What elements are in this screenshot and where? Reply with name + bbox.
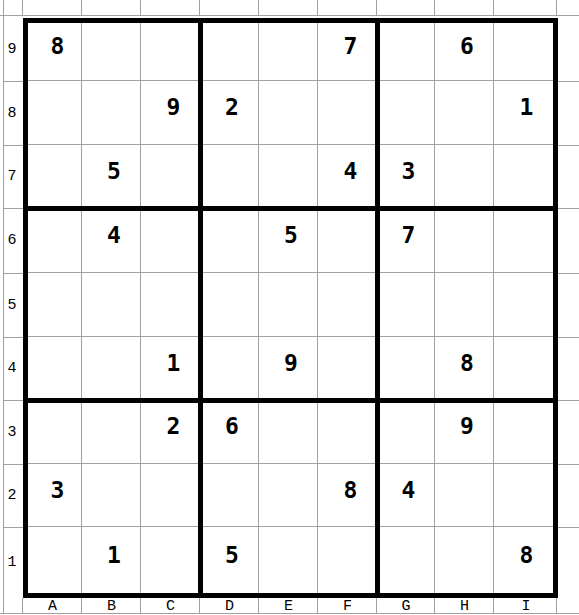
sheet-gridline-v — [434, 0, 435, 15]
sheet-gridline-h — [558, 400, 579, 401]
cell-A9[interactable]: 8 — [28, 23, 82, 81]
cell-B4[interactable] — [82, 337, 141, 400]
cell-I2[interactable] — [494, 464, 553, 527]
sheet-gridline-v — [317, 0, 318, 15]
cell-I9[interactable] — [494, 23, 553, 81]
sheet-gridline-v — [81, 0, 82, 15]
cell-B6[interactable]: 4 — [82, 208, 141, 273]
col-label-G: G — [377, 598, 435, 614]
cell-D8[interactable]: 2 — [200, 81, 259, 145]
row-label-2: 2 — [2, 464, 22, 527]
sheet-gridline-v — [258, 0, 259, 15]
cell-E3[interactable] — [259, 400, 318, 464]
cell-E6[interactable]: 5 — [259, 208, 318, 273]
row-label-1: 1 — [2, 527, 22, 598]
cell-B1[interactable]: 1 — [82, 527, 141, 593]
cell-G3[interactable] — [377, 400, 435, 464]
given-digit: 9 — [167, 96, 181, 119]
given-digit: 8 — [51, 35, 65, 58]
given-digit: 4 — [107, 224, 121, 247]
cell-H7[interactable] — [435, 145, 494, 208]
cell-D7[interactable] — [200, 145, 259, 208]
given-digit: 2 — [167, 415, 181, 438]
sheet-gridline-h — [558, 337, 579, 338]
cell-D1[interactable]: 5 — [200, 527, 259, 593]
cell-I4[interactable] — [494, 337, 553, 400]
cell-C1[interactable] — [141, 527, 200, 593]
col-label-H: H — [435, 598, 494, 614]
cell-I6[interactable] — [494, 208, 553, 273]
given-digit: 3 — [51, 479, 65, 502]
col-label-F: F — [318, 598, 377, 614]
cell-C4[interactable]: 1 — [141, 337, 200, 400]
given-digit: 3 — [402, 160, 416, 183]
cell-H4[interactable]: 8 — [435, 337, 494, 400]
cell-D6[interactable] — [200, 208, 259, 273]
cell-H6[interactable] — [435, 208, 494, 273]
sudoku-board: 876921543457198269384158 — [23, 18, 558, 598]
cell-G1[interactable] — [377, 527, 435, 593]
cell-C5[interactable] — [141, 273, 200, 337]
cell-D3[interactable]: 6 — [200, 400, 259, 464]
cell-F6[interactable] — [318, 208, 377, 273]
cell-E2[interactable] — [259, 464, 318, 527]
row-label-4: 4 — [2, 337, 22, 400]
cell-A5[interactable] — [28, 273, 82, 337]
cell-C2[interactable] — [141, 464, 200, 527]
cell-B8[interactable] — [82, 81, 141, 145]
cell-I5[interactable] — [494, 273, 553, 337]
cell-A6[interactable] — [28, 208, 82, 273]
cell-G6[interactable]: 7 — [377, 208, 435, 273]
given-digit: 7 — [344, 35, 358, 58]
cell-A8[interactable] — [28, 81, 82, 145]
cell-E9[interactable] — [259, 23, 318, 81]
cell-E5[interactable] — [259, 273, 318, 337]
cell-B5[interactable] — [82, 273, 141, 337]
sheet-gridline-h — [558, 527, 579, 528]
cell-C8[interactable]: 9 — [141, 81, 200, 145]
given-digit: 8 — [344, 479, 358, 502]
cell-D4[interactable] — [200, 337, 259, 400]
spreadsheet-canvas: 876921543457198269384158 987654321 ABCDE… — [0, 0, 579, 615]
cell-E7[interactable] — [259, 145, 318, 208]
cell-I3[interactable] — [494, 400, 553, 464]
cell-E1[interactable] — [259, 527, 318, 593]
sheet-gridline-v — [493, 0, 494, 15]
cell-G2[interactable]: 4 — [377, 464, 435, 527]
given-digit: 1 — [107, 544, 121, 567]
col-label-I: I — [494, 598, 558, 614]
cell-I7[interactable] — [494, 145, 553, 208]
given-digit: 9 — [284, 352, 298, 375]
cell-F4[interactable] — [318, 337, 377, 400]
cell-D9[interactable] — [200, 23, 259, 81]
cell-E4[interactable]: 9 — [259, 337, 318, 400]
box-separator-vertical-1 — [198, 18, 203, 598]
given-digit: 5 — [284, 224, 298, 247]
sheet-gridline-h — [558, 273, 579, 274]
cell-G4[interactable] — [377, 337, 435, 400]
row-label-5: 5 — [2, 273, 22, 337]
cell-H8[interactable] — [435, 81, 494, 145]
cell-H9[interactable]: 6 — [435, 23, 494, 81]
cell-H2[interactable] — [435, 464, 494, 527]
cell-A7[interactable] — [28, 145, 82, 208]
col-label-A: A — [23, 598, 82, 614]
row-label-9: 9 — [2, 18, 22, 81]
cell-C9[interactable] — [141, 23, 200, 81]
sheet-gridline-h — [0, 15, 579, 16]
col-label-E: E — [259, 598, 318, 614]
row-label-7: 7 — [2, 145, 22, 208]
row-label-3: 3 — [2, 400, 22, 464]
given-digit: 1 — [167, 352, 181, 375]
cell-D5[interactable] — [200, 273, 259, 337]
sheet-gridline-h — [558, 464, 579, 465]
given-digit: 9 — [460, 415, 474, 438]
cell-C7[interactable] — [141, 145, 200, 208]
sheet-gridline-v — [556, 0, 557, 15]
cell-A2[interactable]: 3 — [28, 464, 82, 527]
cell-I8[interactable]: 1 — [494, 81, 553, 145]
cell-A3[interactable] — [28, 400, 82, 464]
cell-F1[interactable] — [318, 527, 377, 593]
cell-A4[interactable] — [28, 337, 82, 400]
row-label-8: 8 — [2, 81, 22, 145]
cell-F7[interactable]: 4 — [318, 145, 377, 208]
row-label-6: 6 — [2, 208, 22, 273]
given-digit: 5 — [225, 544, 239, 567]
sheet-gridline-h — [558, 145, 579, 146]
cell-B7[interactable]: 5 — [82, 145, 141, 208]
cell-F5[interactable] — [318, 273, 377, 337]
given-digit: 1 — [520, 96, 534, 119]
cell-H5[interactable] — [435, 273, 494, 337]
sheet-gridline-v — [22, 0, 23, 15]
box-separator-horizontal-2 — [23, 398, 558, 403]
sheet-gridline-v — [199, 0, 200, 15]
cell-F2[interactable]: 8 — [318, 464, 377, 527]
cell-E8[interactable] — [259, 81, 318, 145]
given-digit: 4 — [344, 160, 358, 183]
given-digit: 8 — [520, 544, 534, 567]
given-digit: 4 — [402, 479, 416, 502]
sheet-gridline-h — [558, 208, 579, 209]
cell-H1[interactable] — [435, 527, 494, 593]
cell-B9[interactable] — [82, 23, 141, 81]
cell-I1[interactable]: 8 — [494, 527, 553, 593]
col-label-D: D — [200, 598, 259, 614]
cell-F3[interactable] — [318, 400, 377, 464]
cell-A1[interactable] — [28, 527, 82, 593]
given-digit: 8 — [460, 352, 474, 375]
col-label-C: C — [141, 598, 200, 614]
cell-C6[interactable] — [141, 208, 200, 273]
col-label-B: B — [82, 598, 141, 614]
cell-G8[interactable] — [377, 81, 435, 145]
given-digit: 6 — [225, 415, 239, 438]
cell-G9[interactable] — [377, 23, 435, 81]
box-separator-horizontal-1 — [23, 206, 558, 211]
sheet-gridline-v — [140, 0, 141, 15]
cell-D2[interactable] — [200, 464, 259, 527]
cell-C3[interactable]: 2 — [141, 400, 200, 464]
cell-G7[interactable]: 3 — [377, 145, 435, 208]
sheet-gridline-h — [558, 81, 579, 82]
cell-F9[interactable]: 7 — [318, 23, 377, 81]
cell-H3[interactable]: 9 — [435, 400, 494, 464]
box-separator-vertical-2 — [375, 18, 380, 598]
given-digit: 7 — [402, 224, 416, 247]
cell-B3[interactable] — [82, 400, 141, 464]
cell-F8[interactable] — [318, 81, 377, 145]
cell-G5[interactable] — [377, 273, 435, 337]
sheet-gridline-v — [376, 0, 377, 15]
cell-B2[interactable] — [82, 464, 141, 527]
given-digit: 2 — [225, 96, 239, 119]
given-digit: 6 — [460, 35, 474, 58]
given-digit: 5 — [107, 160, 121, 183]
